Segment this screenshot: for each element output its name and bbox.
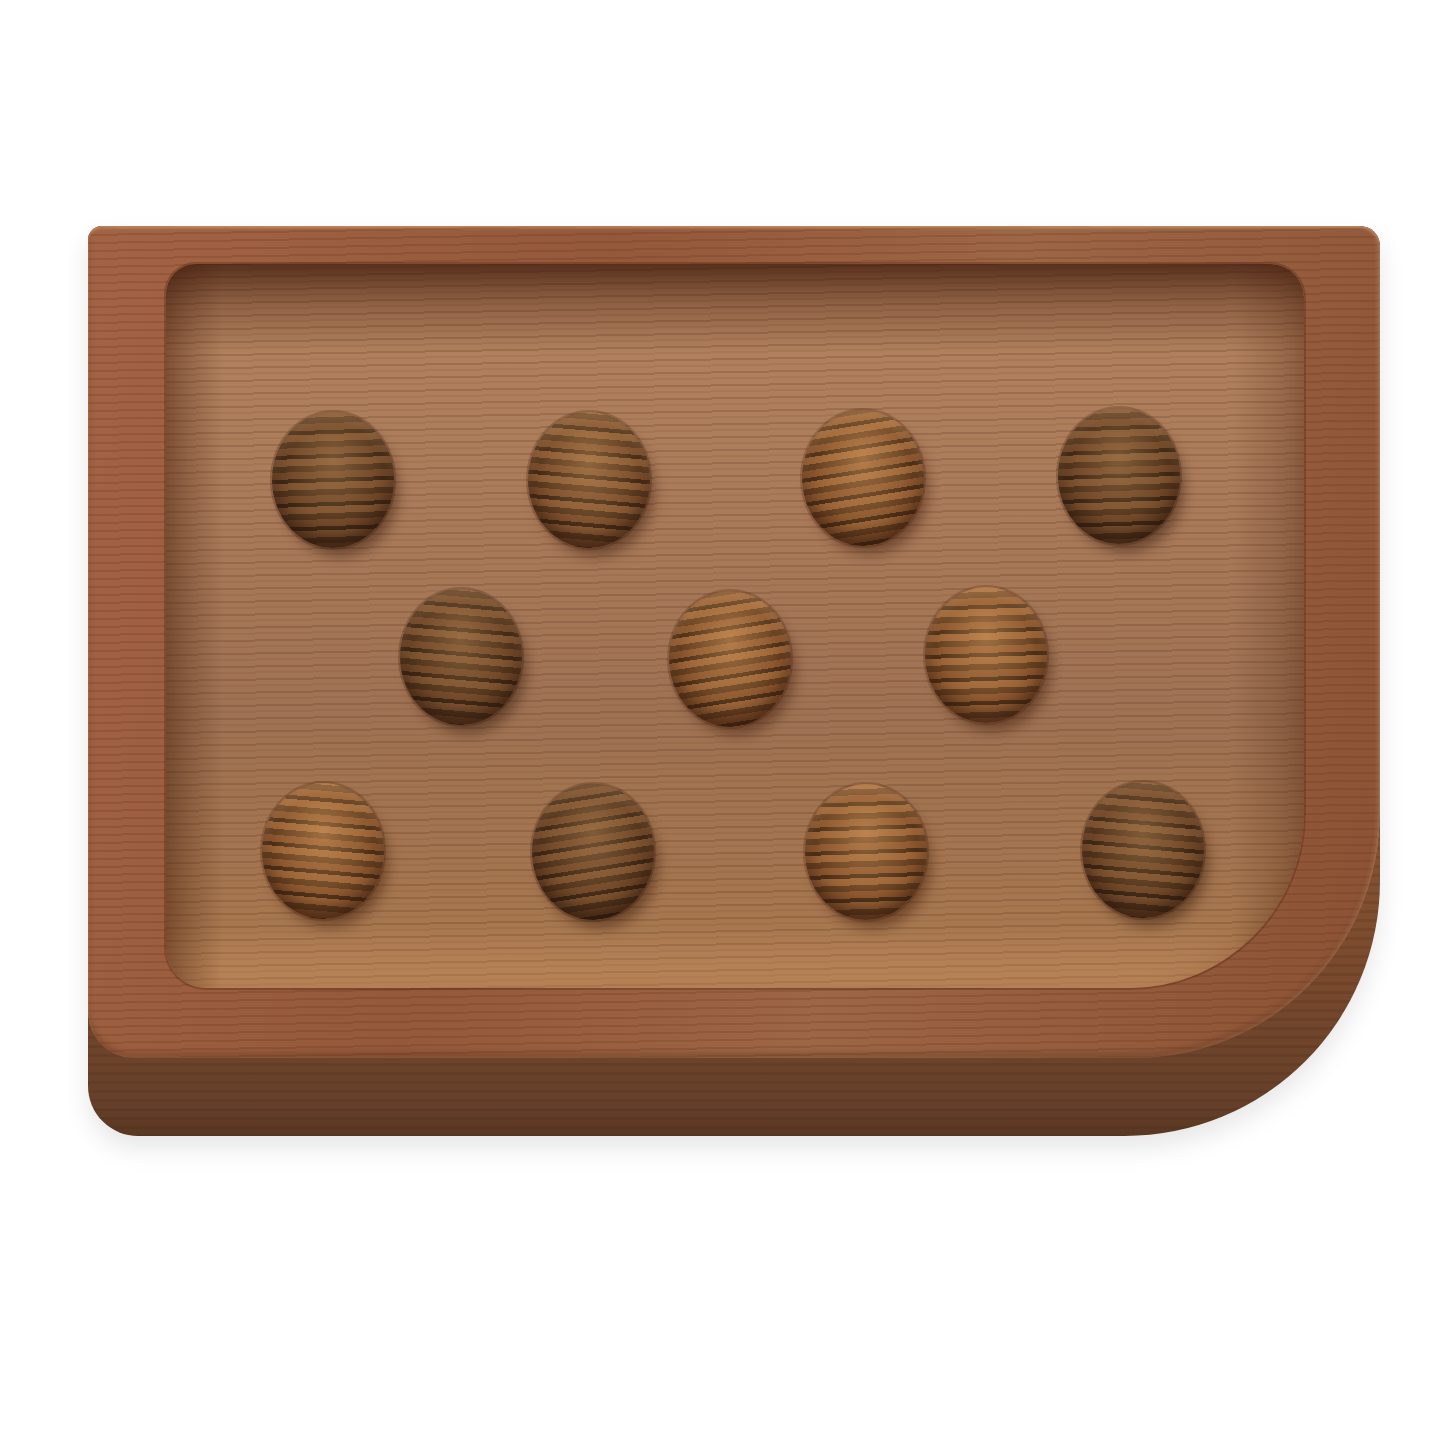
peg-r1c3[interactable] [802, 410, 924, 546]
peg-r3c4[interactable] [1082, 782, 1204, 918]
peg-r2c1[interactable] [400, 589, 522, 725]
product-photo [0, 0, 1445, 1445]
peg-r3c2[interactable] [532, 784, 654, 920]
peg-r3c3[interactable] [805, 784, 927, 920]
peg-r2c2[interactable] [669, 591, 791, 727]
peg-r1c4[interactable] [1058, 408, 1180, 544]
peg-r1c2[interactable] [528, 412, 650, 548]
peg-r1c1[interactable] [272, 412, 394, 548]
peg-r2c3[interactable] [925, 587, 1047, 723]
peg-r3c1[interactable] [262, 783, 384, 919]
